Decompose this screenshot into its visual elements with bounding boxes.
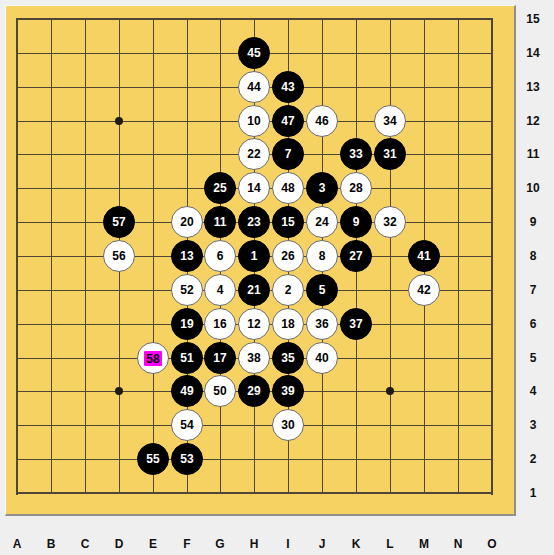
move-number: 38 bbox=[247, 352, 260, 364]
stone-black-27: 27 bbox=[340, 240, 372, 272]
stone-black-33: 33 bbox=[340, 138, 372, 170]
move-number: 23 bbox=[247, 216, 260, 228]
grid-line-vertical bbox=[16, 19, 18, 495]
move-number: 13 bbox=[180, 250, 193, 262]
stone-black-11: 11 bbox=[204, 206, 236, 238]
stone-black-47: 47 bbox=[272, 105, 304, 137]
stone-black-31: 31 bbox=[374, 138, 406, 170]
move-number: 40 bbox=[315, 352, 328, 364]
stone-white-4: 4 bbox=[204, 274, 236, 306]
stone-white-16: 16 bbox=[204, 308, 236, 340]
row-label-12: 12 bbox=[516, 114, 550, 128]
move-number: 55 bbox=[146, 453, 159, 465]
stone-white-32: 32 bbox=[374, 206, 406, 238]
column-label-A: A bbox=[7, 537, 27, 551]
row-label-13: 13 bbox=[516, 80, 550, 94]
stone-black-55: 55 bbox=[137, 443, 169, 475]
star-point-D12 bbox=[115, 117, 123, 125]
move-number: 30 bbox=[281, 419, 294, 431]
stone-black-53: 53 bbox=[171, 443, 203, 475]
column-label-F: F bbox=[177, 537, 197, 551]
move-number: 44 bbox=[247, 81, 260, 93]
column-label-I: I bbox=[278, 537, 298, 551]
stone-white-48: 48 bbox=[272, 172, 304, 204]
row-label-10: 10 bbox=[516, 181, 550, 195]
stone-white-22: 22 bbox=[238, 138, 270, 170]
row-label-3: 3 bbox=[516, 418, 550, 432]
stone-black-15: 15 bbox=[272, 206, 304, 238]
stone-black-23: 23 bbox=[238, 206, 270, 238]
stone-white-12: 12 bbox=[238, 308, 270, 340]
stone-white-44: 44 bbox=[238, 71, 270, 103]
move-number: 39 bbox=[281, 385, 294, 397]
grid-line-horizontal bbox=[16, 459, 493, 460]
stone-black-35: 35 bbox=[272, 342, 304, 374]
grid-line-horizontal bbox=[16, 492, 493, 494]
grid-line-vertical bbox=[390, 19, 391, 494]
stone-black-41: 41 bbox=[408, 240, 440, 272]
stone-white-34: 34 bbox=[374, 105, 406, 137]
move-number: 15 bbox=[281, 216, 294, 228]
stone-white-46: 46 bbox=[306, 105, 338, 137]
move-number: 37 bbox=[349, 318, 362, 330]
row-label-15: 15 bbox=[516, 12, 550, 26]
column-label-L: L bbox=[380, 537, 400, 551]
stone-white-14: 14 bbox=[238, 172, 270, 204]
move-number: 57 bbox=[112, 216, 125, 228]
move-number: 21 bbox=[247, 284, 260, 296]
move-number: 7 bbox=[285, 148, 292, 160]
stone-white-54: 54 bbox=[171, 409, 203, 441]
stone-white-28: 28 bbox=[340, 172, 372, 204]
row-label-5: 5 bbox=[516, 351, 550, 365]
move-number: 28 bbox=[349, 182, 362, 194]
move-number: 54 bbox=[180, 419, 193, 431]
stone-white-38: 38 bbox=[238, 342, 270, 374]
move-number: 56 bbox=[112, 250, 125, 262]
move-number: 18 bbox=[281, 318, 294, 330]
move-number: 12 bbox=[247, 318, 260, 330]
move-number: 25 bbox=[213, 182, 226, 194]
stone-black-29: 29 bbox=[238, 375, 270, 407]
stone-black-25: 25 bbox=[204, 172, 236, 204]
move-number: 20 bbox=[180, 216, 193, 228]
row-label-6: 6 bbox=[516, 317, 550, 331]
move-number: 29 bbox=[247, 385, 260, 397]
stone-white-40: 40 bbox=[306, 342, 338, 374]
stone-white-52: 52 bbox=[171, 274, 203, 306]
stone-black-13: 13 bbox=[171, 240, 203, 272]
column-label-H: H bbox=[244, 537, 264, 551]
move-number: 24 bbox=[315, 216, 328, 228]
stone-white-18: 18 bbox=[272, 308, 304, 340]
stone-black-45: 45 bbox=[238, 37, 270, 69]
move-number: 47 bbox=[281, 115, 294, 127]
column-label-G: G bbox=[210, 537, 230, 551]
stone-white-30: 30 bbox=[272, 409, 304, 441]
move-number: 42 bbox=[417, 284, 430, 296]
column-label-D: D bbox=[109, 537, 129, 551]
move-number: 16 bbox=[213, 318, 226, 330]
move-number: 22 bbox=[247, 148, 260, 160]
row-label-11: 11 bbox=[516, 147, 550, 161]
stone-black-39: 39 bbox=[272, 375, 304, 407]
stone-black-43: 43 bbox=[272, 71, 304, 103]
stone-black-17: 17 bbox=[204, 342, 236, 374]
stone-black-21: 21 bbox=[238, 274, 270, 306]
move-number: 45 bbox=[247, 47, 260, 59]
stone-white-6: 6 bbox=[204, 240, 236, 272]
stone-black-57: 57 bbox=[103, 206, 135, 238]
star-point-D4 bbox=[115, 387, 123, 395]
move-number: 19 bbox=[180, 318, 193, 330]
column-label-B: B bbox=[41, 537, 61, 551]
stone-white-58: 58 bbox=[137, 342, 169, 374]
grid-line-horizontal bbox=[16, 425, 493, 426]
stone-white-20: 20 bbox=[171, 206, 203, 238]
move-number: 2 bbox=[285, 284, 292, 296]
move-number: 35 bbox=[281, 352, 294, 364]
move-number: 51 bbox=[180, 352, 193, 364]
go-board[interactable]: 1234567891011121314151617181920212223242… bbox=[5, 5, 516, 516]
row-label-1: 1 bbox=[516, 486, 550, 500]
stone-black-7: 7 bbox=[272, 138, 304, 170]
stone-black-5: 5 bbox=[306, 274, 338, 306]
stone-black-51: 51 bbox=[171, 342, 203, 374]
move-number: 48 bbox=[281, 182, 294, 194]
move-number: 32 bbox=[383, 216, 396, 228]
column-label-M: M bbox=[414, 537, 434, 551]
move-number: 27 bbox=[349, 250, 362, 262]
move-number: 3 bbox=[319, 182, 326, 194]
stone-black-1: 1 bbox=[238, 240, 270, 272]
grid-line-vertical bbox=[491, 19, 493, 495]
column-label-J: J bbox=[312, 537, 332, 551]
move-number: 14 bbox=[247, 182, 260, 194]
move-number: 33 bbox=[349, 148, 362, 160]
column-label-N: N bbox=[448, 537, 468, 551]
star-point-L4 bbox=[386, 387, 394, 395]
move-number: 10 bbox=[247, 115, 260, 127]
stone-white-24: 24 bbox=[306, 206, 338, 238]
column-label-E: E bbox=[143, 537, 163, 551]
row-label-7: 7 bbox=[516, 283, 550, 297]
stone-white-36: 36 bbox=[306, 308, 338, 340]
move-number: 17 bbox=[213, 352, 226, 364]
row-label-9: 9 bbox=[516, 215, 550, 229]
column-label-O: O bbox=[482, 537, 502, 551]
move-number: 46 bbox=[315, 115, 328, 127]
stone-black-3: 3 bbox=[306, 172, 338, 204]
last-move-number-highlight: 58 bbox=[144, 351, 161, 366]
stone-black-37: 37 bbox=[340, 308, 372, 340]
move-number: 8 bbox=[319, 250, 326, 262]
move-number: 52 bbox=[180, 284, 193, 296]
stone-white-8: 8 bbox=[306, 240, 338, 272]
move-number: 9 bbox=[353, 216, 360, 228]
move-number: 34 bbox=[383, 115, 396, 127]
stone-black-49: 49 bbox=[171, 375, 203, 407]
stone-black-9: 9 bbox=[340, 206, 372, 238]
move-number: 11 bbox=[214, 216, 227, 228]
move-number: 31 bbox=[383, 148, 396, 160]
grid-line-vertical bbox=[458, 19, 459, 494]
stone-white-10: 10 bbox=[238, 105, 270, 137]
move-number: 43 bbox=[281, 81, 294, 93]
stone-white-56: 56 bbox=[103, 240, 135, 272]
stone-white-2: 2 bbox=[272, 274, 304, 306]
stone-white-26: 26 bbox=[272, 240, 304, 272]
move-number: 36 bbox=[315, 318, 328, 330]
move-number: 53 bbox=[180, 453, 193, 465]
column-label-K: K bbox=[346, 537, 366, 551]
move-number: 5 bbox=[319, 284, 326, 296]
row-label-4: 4 bbox=[516, 384, 550, 398]
move-number: 26 bbox=[281, 250, 294, 262]
move-number: 41 bbox=[417, 250, 430, 262]
move-number: 1 bbox=[251, 250, 258, 262]
stone-white-50: 50 bbox=[204, 375, 236, 407]
move-number: 6 bbox=[217, 250, 224, 262]
screen: 1234567891011121314151617181920212223242… bbox=[0, 0, 554, 555]
row-label-2: 2 bbox=[516, 452, 550, 466]
move-number: 50 bbox=[213, 385, 226, 397]
move-number: 49 bbox=[180, 385, 193, 397]
column-label-C: C bbox=[75, 537, 95, 551]
row-label-14: 14 bbox=[516, 46, 550, 60]
stone-black-19: 19 bbox=[171, 308, 203, 340]
move-number: 4 bbox=[217, 284, 224, 296]
row-label-8: 8 bbox=[516, 249, 550, 263]
stone-white-42: 42 bbox=[408, 274, 440, 306]
